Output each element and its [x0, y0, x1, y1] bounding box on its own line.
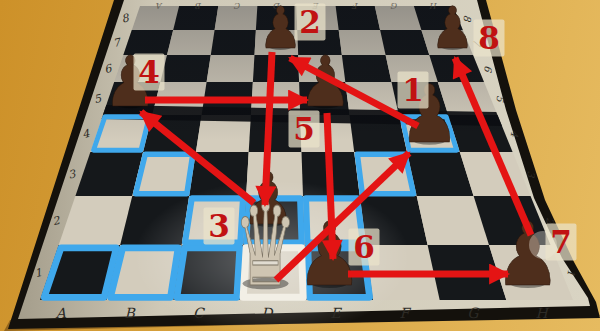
file-label-e-bottom: E [330, 305, 342, 321]
capture-order-label-2: 2 [295, 4, 326, 41]
file-label-a-bottom: A [55, 305, 67, 321]
capture-order-label-7: 7 [546, 224, 577, 261]
capture-order-label-8: 8 [474, 20, 505, 57]
capture-order-number: 1 [402, 72, 424, 108]
capture-order-number: 2 [299, 4, 321, 40]
capture-order-label-4: 4 [134, 54, 165, 91]
file-label-h-bottom: H [535, 305, 549, 321]
rank-label-1-right: 1 [565, 269, 577, 277]
capture-order-number: 6 [353, 229, 375, 265]
chessboard[interactable]: AABBCCDDEEFFGGHH1122334455667788♟♟♟♟♟♟♛♟… [0, 0, 600, 331]
capture-order-number: 4 [138, 54, 160, 90]
file-label-g-top: G [391, 1, 398, 10]
chessboard-scene: AABBCCDDEEFFGGHH1122334455667788♟♟♟♟♟♟♛♟… [0, 0, 600, 331]
capture-order-number: 7 [550, 224, 572, 260]
capture-order-number: 5 [293, 111, 315, 147]
file-label-b-bottom: B [124, 305, 136, 321]
capture-order-label-3: 3 [204, 208, 235, 245]
file-label-c-bottom: C [193, 305, 205, 321]
file-label-c-top: C [234, 1, 241, 10]
piece-black-pawn-h7[interactable]: ♟ [431, 0, 475, 62]
capture-order-number: 8 [478, 20, 500, 56]
capture-order-label-6: 6 [349, 229, 380, 266]
capture-order-label-1: 1 [398, 72, 429, 109]
file-label-g-bottom: G [467, 305, 480, 321]
piece-black-pawn-e5[interactable]: ♟ [299, 41, 352, 122]
capture-order-number: 3 [208, 208, 230, 244]
capture-order-label-5: 5 [289, 111, 320, 148]
file-label-a-top: A [156, 1, 163, 10]
